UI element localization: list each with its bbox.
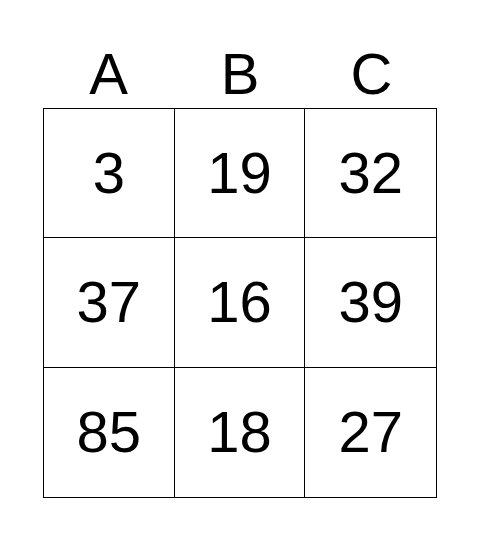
cell-A1[interactable]: 3 [44,109,175,238]
cell-B1[interactable]: 19 [175,109,306,238]
cell-C2[interactable]: 39 [305,238,436,367]
column-header-c: C [306,43,437,105]
column-header-a: A [43,43,174,105]
cell-C3[interactable]: 27 [305,368,436,497]
column-headers: A B C [43,43,437,105]
bingo-grid: 3 19 32 37 16 39 85 18 27 [43,108,437,498]
cell-A3[interactable]: 85 [44,368,175,497]
cell-B3[interactable]: 18 [175,368,306,497]
cell-B2[interactable]: 16 [175,238,306,367]
cell-A2[interactable]: 37 [44,238,175,367]
cell-C1[interactable]: 32 [305,109,436,238]
column-header-b: B [174,43,305,105]
